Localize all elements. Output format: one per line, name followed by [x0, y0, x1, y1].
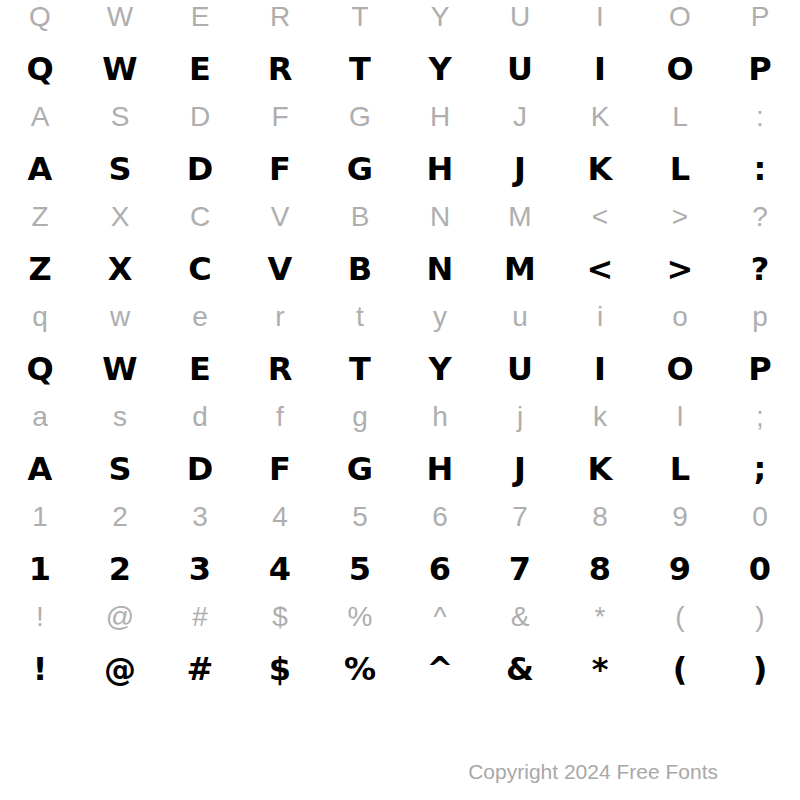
reference-char-row: ZXCVBNM<>?: [0, 192, 800, 242]
reference-char-row: QWERTYUIOP: [0, 0, 800, 42]
font-char-cell: A: [28, 453, 53, 485]
font-char-cell: *: [592, 653, 609, 685]
ref-char-cell: D: [190, 103, 210, 131]
font-char-cell: T: [349, 353, 371, 385]
font-char-cell: D: [187, 453, 214, 485]
ref-char-cell: i: [597, 303, 603, 331]
font-char-cell: 6: [429, 553, 451, 585]
ref-char-cell: I: [596, 3, 604, 31]
ref-char-cell: %: [348, 603, 373, 631]
specimen-char-row: QWERTYUIOP: [0, 344, 800, 394]
font-char-cell: ^: [427, 653, 454, 685]
font-char-cell: K: [588, 453, 613, 485]
ref-char-cell: E: [191, 3, 210, 31]
font-char-cell: C: [188, 253, 211, 285]
ref-char-cell: g: [352, 403, 368, 431]
ref-char-cell: #: [192, 603, 208, 631]
font-char-cell: Y: [428, 53, 451, 85]
font-char-cell: P: [748, 353, 771, 385]
ref-char-cell: $: [272, 603, 288, 631]
ref-char-cell: 5: [352, 503, 368, 531]
specimen-char-row: ASDFGHJKL;: [0, 444, 800, 494]
font-char-cell: B: [348, 253, 372, 285]
ref-char-cell: N: [430, 203, 450, 231]
ref-char-cell: W: [107, 3, 133, 31]
ref-char-cell: q: [32, 303, 48, 331]
font-char-cell: @: [104, 653, 136, 685]
ref-char-cell: u: [512, 303, 528, 331]
ref-char-cell: S: [111, 103, 130, 131]
ref-char-cell: @: [106, 603, 134, 631]
font-char-cell: H: [427, 453, 454, 485]
font-char-cell: :: [754, 153, 767, 185]
ref-char-cell: a: [32, 403, 48, 431]
font-char-cell: F: [269, 153, 291, 185]
font-char-cell: 8: [589, 553, 611, 585]
font-char-cell: R: [268, 53, 293, 85]
ref-char-cell: J: [513, 103, 527, 131]
font-char-cell: V: [268, 253, 293, 285]
font-char-cell: #: [187, 653, 214, 685]
ref-char-cell: ^: [433, 603, 446, 631]
reference-char-row: ASDFGHJKL:: [0, 92, 800, 142]
font-char-cell: S: [108, 453, 131, 485]
ref-char-cell: V: [271, 203, 290, 231]
ref-char-cell: ?: [752, 203, 768, 231]
font-char-cell: T: [349, 53, 371, 85]
font-char-cell: F: [269, 453, 291, 485]
ref-char-cell: 0: [752, 503, 768, 531]
font-char-cell: 2: [109, 553, 131, 585]
font-char-cell: 5: [349, 553, 371, 585]
font-char-cell: O: [666, 53, 693, 85]
font-char-cell: O: [666, 353, 693, 385]
ref-char-cell: 1: [32, 503, 48, 531]
ref-char-cell: >: [672, 203, 688, 231]
ref-char-cell: R: [270, 3, 290, 31]
font-char-cell: 7: [509, 553, 531, 585]
font-char-cell: ?: [751, 253, 770, 285]
font-char-cell: %: [344, 653, 376, 685]
font-char-cell: U: [507, 353, 533, 385]
font-char-cell: L: [670, 453, 690, 485]
ref-char-cell: h: [432, 403, 448, 431]
ref-char-cell: G: [349, 103, 371, 131]
font-char-cell: Q: [26, 353, 53, 385]
font-char-cell: !: [33, 653, 48, 685]
ref-char-cell: s: [113, 403, 127, 431]
ref-char-cell: j: [517, 403, 523, 431]
font-char-cell: X: [108, 253, 133, 285]
font-char-cell: ): [753, 653, 768, 685]
ref-char-cell: o: [672, 303, 688, 331]
ref-char-cell: &: [511, 603, 530, 631]
ref-char-cell: Y: [431, 3, 450, 31]
specimen-char-row: ASDFGHJKL:: [0, 144, 800, 194]
ref-char-cell: O: [669, 3, 691, 31]
font-char-cell: Q: [26, 53, 53, 85]
font-char-cell: 1: [29, 553, 51, 585]
ref-char-cell: (: [675, 603, 684, 631]
character-map: QWERTYUIOPQWERTYUIOPASDFGHJKL:ASDFGHJKL:…: [0, 0, 800, 692]
font-char-cell: E: [189, 53, 211, 85]
font-char-cell: 0: [749, 553, 771, 585]
ref-char-cell: 7: [512, 503, 528, 531]
font-char-cell: 9: [669, 553, 691, 585]
specimen-char-row: 1234567890: [0, 544, 800, 594]
ref-char-cell: 2: [112, 503, 128, 531]
ref-char-cell: k: [593, 403, 607, 431]
font-char-cell: S: [108, 153, 131, 185]
font-char-cell: &: [506, 653, 534, 685]
reference-char-row: !@#$%^&*(): [0, 592, 800, 642]
ref-char-cell: y: [433, 303, 447, 331]
ref-char-cell: ;: [756, 403, 764, 431]
ref-char-cell: P: [751, 3, 770, 31]
ref-char-cell: 4: [272, 503, 288, 531]
ref-char-cell: H: [430, 103, 450, 131]
font-char-cell: M: [504, 253, 536, 285]
font-char-cell: G: [347, 153, 373, 185]
font-char-cell: D: [187, 153, 214, 185]
font-char-cell: E: [189, 353, 211, 385]
ref-char-cell: B: [351, 203, 370, 231]
ref-char-cell: l: [677, 403, 683, 431]
ref-char-cell: f: [276, 403, 284, 431]
ref-char-cell: 3: [192, 503, 208, 531]
ref-char-cell: 8: [592, 503, 608, 531]
font-char-cell: J: [514, 453, 526, 485]
font-char-cell: 3: [189, 553, 211, 585]
font-char-cell: W: [102, 53, 137, 85]
ref-char-cell: t: [356, 303, 364, 331]
font-char-cell: >: [667, 253, 694, 285]
ref-char-cell: M: [508, 203, 531, 231]
specimen-char-row: QWERTYUIOP: [0, 44, 800, 94]
font-char-cell: 4: [269, 553, 291, 585]
font-char-cell: G: [347, 453, 373, 485]
font-char-cell: U: [507, 53, 533, 85]
font-char-cell: Z: [28, 253, 51, 285]
font-char-cell: R: [268, 353, 293, 385]
ref-char-cell: U: [510, 3, 530, 31]
ref-char-cell: A: [31, 103, 50, 131]
font-char-cell: J: [514, 153, 526, 185]
ref-char-cell: p: [752, 303, 768, 331]
font-char-cell: P: [748, 53, 771, 85]
font-char-cell: H: [427, 153, 454, 185]
ref-char-cell: K: [591, 103, 610, 131]
copyright-text: Copyright 2024 Free Fonts: [468, 760, 718, 784]
font-char-cell: L: [670, 153, 690, 185]
specimen-char-row: ZXCVBNM<>?: [0, 244, 800, 294]
font-char-cell: (: [673, 653, 688, 685]
ref-char-cell: <: [592, 203, 608, 231]
font-char-cell: <: [587, 253, 614, 285]
ref-char-cell: :: [756, 103, 764, 131]
ref-char-cell: r: [275, 303, 284, 331]
ref-char-cell: 6: [432, 503, 448, 531]
ref-char-cell: C: [190, 203, 210, 231]
ref-char-cell: Z: [31, 203, 48, 231]
ref-char-cell: Q: [29, 3, 51, 31]
font-char-cell: $: [269, 653, 291, 685]
font-char-cell: Y: [428, 353, 451, 385]
ref-char-cell: ): [755, 603, 764, 631]
ref-char-cell: w: [110, 303, 130, 331]
font-char-cell: ;: [754, 453, 767, 485]
ref-char-cell: L: [672, 103, 688, 131]
reference-char-row: 1234567890: [0, 492, 800, 542]
ref-char-cell: !: [36, 603, 44, 631]
font-char-cell: K: [588, 153, 613, 185]
font-char-cell: N: [427, 253, 454, 285]
ref-char-cell: F: [271, 103, 288, 131]
ref-char-cell: e: [192, 303, 208, 331]
ref-char-cell: d: [192, 403, 208, 431]
font-char-cell: I: [594, 53, 606, 85]
specimen-char-row: !@#$%^&*(): [0, 644, 800, 694]
font-char-cell: W: [102, 353, 137, 385]
reference-char-row: qwertyuiop: [0, 292, 800, 342]
font-char-cell: A: [28, 153, 53, 185]
ref-char-cell: *: [595, 603, 606, 631]
ref-char-cell: X: [111, 203, 130, 231]
ref-char-cell: T: [351, 3, 368, 31]
ref-char-cell: 9: [672, 503, 688, 531]
reference-char-row: asdfghjkl;: [0, 392, 800, 442]
font-char-cell: I: [594, 353, 606, 385]
